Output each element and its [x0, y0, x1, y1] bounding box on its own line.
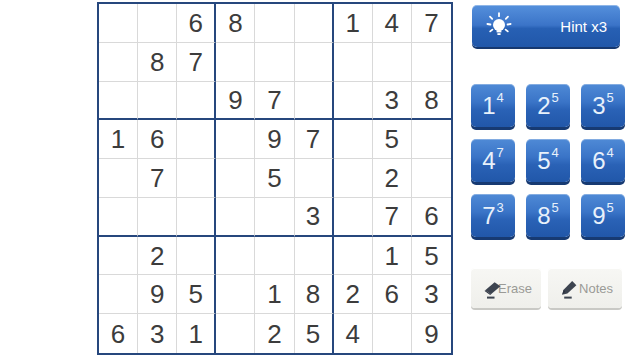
sudoku-board: 681478797381697575237621595182636312549	[97, 2, 453, 355]
sudoku-cell[interactable]	[99, 43, 138, 82]
sudoku-cell[interactable]: 7	[177, 43, 216, 82]
sudoku-cell[interactable]	[99, 275, 138, 314]
sudoku-cell[interactable]: 6	[373, 275, 412, 314]
sudoku-cell[interactable]	[255, 198, 294, 237]
numpad-button-2[interactable]: 25	[526, 84, 570, 127]
sudoku-cell[interactable]	[295, 82, 334, 121]
sudoku-cell[interactable]: 9	[412, 314, 451, 353]
sudoku-cell[interactable]: 3	[412, 275, 451, 314]
hint-button-label: Hint x3	[560, 18, 607, 35]
numpad-digit: 2	[537, 94, 550, 118]
numpad-button-7[interactable]: 73	[471, 194, 515, 237]
pencil-icon	[555, 274, 583, 305]
sudoku-cell[interactable]	[373, 314, 412, 353]
sudoku-cell[interactable]	[295, 159, 334, 198]
sudoku-cell[interactable]: 8	[412, 82, 451, 121]
numpad-digit: 5	[537, 149, 550, 173]
numpad-remaining-count: 5	[607, 91, 614, 104]
sudoku-cell[interactable]	[216, 43, 255, 82]
sudoku-cell[interactable]	[334, 159, 373, 198]
sudoku-cell[interactable]: 7	[412, 4, 451, 43]
sudoku-cell[interactable]	[177, 120, 216, 159]
sudoku-cell[interactable]: 5	[177, 275, 216, 314]
sudoku-cell[interactable]	[216, 275, 255, 314]
sudoku-cell[interactable]	[255, 43, 294, 82]
sudoku-cell[interactable]	[177, 198, 216, 237]
sudoku-cell[interactable]: 9	[255, 120, 294, 159]
sudoku-cell[interactable]: 8	[138, 43, 177, 82]
sudoku-cell[interactable]	[255, 4, 294, 43]
sudoku-cell[interactable]: 1	[334, 4, 373, 43]
numpad-digit: 3	[592, 94, 605, 118]
sudoku-cell[interactable]: 1	[255, 275, 294, 314]
hint-button[interactable]: Hint x3	[472, 5, 620, 47]
numpad-remaining-count: 5	[552, 91, 559, 104]
sudoku-cell[interactable]: 5	[373, 120, 412, 159]
sudoku-cell[interactable]	[99, 198, 138, 237]
sudoku-cell[interactable]	[216, 198, 255, 237]
lightbulb-icon	[486, 12, 512, 40]
notes-button-label: Notes	[579, 281, 613, 296]
sudoku-cell[interactable]	[99, 237, 138, 276]
sudoku-cell[interactable]: 5	[295, 314, 334, 353]
numpad-digit: 9	[592, 204, 605, 228]
numpad-remaining-count: 4	[552, 146, 559, 159]
sudoku-cell[interactable]	[373, 43, 412, 82]
sudoku-cell[interactable]	[216, 237, 255, 276]
sudoku-cell[interactable]	[412, 120, 451, 159]
sudoku-cell[interactable]	[177, 82, 216, 121]
sudoku-cell[interactable]: 7	[295, 120, 334, 159]
sudoku-cell[interactable]	[216, 159, 255, 198]
sudoku-cell[interactable]: 5	[412, 237, 451, 276]
sudoku-cell[interactable]: 2	[334, 275, 373, 314]
numpad-remaining-count: 5	[607, 201, 614, 214]
numpad-digit: 7	[482, 204, 495, 228]
numpad-button-1[interactable]: 14	[471, 84, 515, 127]
sudoku-cell[interactable]: 6	[138, 120, 177, 159]
sudoku-cell[interactable]	[99, 82, 138, 121]
sudoku-cell[interactable]	[99, 4, 138, 43]
sudoku-cell[interactable]: 9	[216, 82, 255, 121]
sudoku-cell[interactable]	[216, 314, 255, 353]
numpad-digit: 1	[482, 94, 495, 118]
numpad-button-3[interactable]: 35	[581, 84, 625, 127]
sudoku-cell[interactable]: 7	[255, 82, 294, 121]
sudoku-cell[interactable]	[334, 198, 373, 237]
number-pad: 142535475464738595	[471, 84, 625, 237]
sudoku-cell[interactable]: 6	[99, 314, 138, 353]
numpad-digit: 8	[537, 204, 550, 228]
erase-button[interactable]: Erase	[471, 268, 541, 308]
numpad-button-9[interactable]: 95	[581, 194, 625, 237]
numpad-button-6[interactable]: 64	[581, 139, 625, 182]
sudoku-cell[interactable]: 1	[99, 120, 138, 159]
sudoku-cell[interactable]: 3	[295, 198, 334, 237]
numpad-remaining-count: 4	[607, 146, 614, 159]
sudoku-cell[interactable]: 9	[138, 275, 177, 314]
numpad-remaining-count: 7	[497, 146, 504, 159]
sudoku-cell[interactable]	[138, 82, 177, 121]
sudoku-cell[interactable]	[138, 4, 177, 43]
sudoku-cell[interactable]	[295, 237, 334, 276]
sudoku-cell[interactable]	[255, 237, 294, 276]
numpad-digit: 4	[482, 149, 495, 173]
sudoku-cell[interactable]	[412, 43, 451, 82]
sudoku-cell[interactable]: 7	[138, 159, 177, 198]
sudoku-cell[interactable]: 6	[177, 4, 216, 43]
sudoku-cell[interactable]: 4	[334, 314, 373, 353]
sudoku-cell[interactable]: 2	[373, 159, 412, 198]
sudoku-cell[interactable]	[295, 43, 334, 82]
sudoku-cell[interactable]: 1	[177, 314, 216, 353]
sudoku-cell[interactable]	[334, 237, 373, 276]
notes-button[interactable]: Notes	[548, 268, 622, 308]
sudoku-cell[interactable]: 6	[412, 198, 451, 237]
sudoku-cell[interactable]	[334, 120, 373, 159]
sudoku-cell[interactable]: 8	[295, 275, 334, 314]
sudoku-cell[interactable]	[177, 159, 216, 198]
numpad-button-8[interactable]: 85	[526, 194, 570, 237]
sudoku-cell[interactable]	[334, 82, 373, 121]
sudoku-cell[interactable]	[177, 237, 216, 276]
sudoku-cell[interactable]: 3	[138, 314, 177, 353]
numpad-button-5[interactable]: 54	[526, 139, 570, 182]
sudoku-cell[interactable]: 5	[255, 159, 294, 198]
numpad-digit: 6	[592, 149, 605, 173]
numpad-button-4[interactable]: 47	[471, 139, 515, 182]
sudoku-cell[interactable]	[216, 120, 255, 159]
eraser-icon	[478, 274, 506, 305]
sudoku-cell[interactable]: 2	[138, 237, 177, 276]
tool-buttons: Erase Notes	[471, 268, 622, 308]
numpad-remaining-count: 3	[497, 201, 504, 214]
sudoku-cell[interactable]	[334, 43, 373, 82]
sudoku-cell[interactable]	[295, 4, 334, 43]
sudoku-cell[interactable]: 3	[373, 82, 412, 121]
numpad-remaining-count: 4	[497, 91, 504, 104]
sudoku-cell[interactable]: 7	[373, 198, 412, 237]
sudoku-cell[interactable]: 8	[216, 4, 255, 43]
numpad-remaining-count: 5	[552, 201, 559, 214]
sudoku-cell[interactable]	[99, 159, 138, 198]
sudoku-cell[interactable]	[138, 198, 177, 237]
sudoku-cell[interactable]: 2	[255, 314, 294, 353]
sudoku-cell[interactable]: 1	[373, 237, 412, 276]
sudoku-cell[interactable]: 4	[373, 4, 412, 43]
sudoku-cell[interactable]	[412, 159, 451, 198]
